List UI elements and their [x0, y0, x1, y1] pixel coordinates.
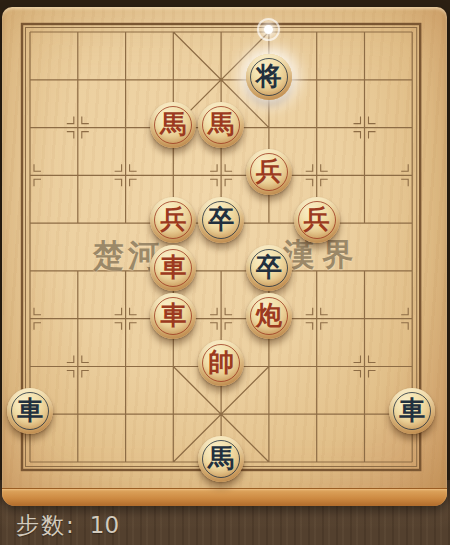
piece-character: 帥 [208, 349, 234, 375]
piece-character: 馬 [208, 445, 234, 471]
piece-black-soldier[interactable]: 卒 [246, 245, 292, 291]
piece-character: 卒 [208, 206, 234, 232]
piece-character: 馬 [208, 111, 234, 137]
last-move-origin-marker [264, 25, 273, 34]
piece-character: 車 [160, 254, 186, 280]
piece-red-chariot[interactable]: 車 [150, 293, 196, 339]
piece-red-horse[interactable]: 馬 [150, 102, 196, 148]
piece-black-general[interactable]: 将 [246, 54, 292, 100]
piece-red-soldier[interactable]: 兵 [150, 197, 196, 243]
piece-character: 兵 [304, 206, 330, 232]
piece-character: 車 [160, 302, 186, 328]
xiangqi-game-screen: 楚河 漢界 将馬馬兵兵卒兵車卒車炮帥車車馬 步数: 10 [0, 0, 450, 545]
piece-black-soldier[interactable]: 卒 [198, 197, 244, 243]
piece-black-horse[interactable]: 馬 [198, 436, 244, 482]
piece-black-chariot[interactable]: 車 [7, 388, 53, 434]
piece-red-cannon[interactable]: 炮 [246, 293, 292, 339]
step-counter-value: 10 [90, 512, 119, 538]
piece-red-chariot[interactable]: 車 [150, 245, 196, 291]
piece-red-horse[interactable]: 馬 [198, 102, 244, 148]
piece-character: 兵 [256, 158, 282, 184]
piece-red-soldier[interactable]: 兵 [294, 197, 340, 243]
piece-character: 卒 [256, 254, 282, 280]
piece-black-chariot[interactable]: 車 [389, 388, 435, 434]
piece-character: 兵 [160, 206, 186, 232]
piece-character: 車 [399, 397, 425, 423]
board-intersections: 将馬馬兵兵卒兵車卒車炮帥車車馬 [6, 8, 436, 486]
piece-red-general[interactable]: 帥 [198, 340, 244, 386]
piece-character: 炮 [256, 302, 282, 328]
piece-character: 馬 [160, 111, 186, 137]
piece-red-soldier[interactable]: 兵 [246, 149, 292, 195]
piece-character: 車 [17, 397, 43, 423]
status-bar: 步数: 10 [16, 510, 119, 541]
piece-character: 将 [256, 63, 282, 89]
step-counter-label: 步数: [16, 510, 76, 541]
